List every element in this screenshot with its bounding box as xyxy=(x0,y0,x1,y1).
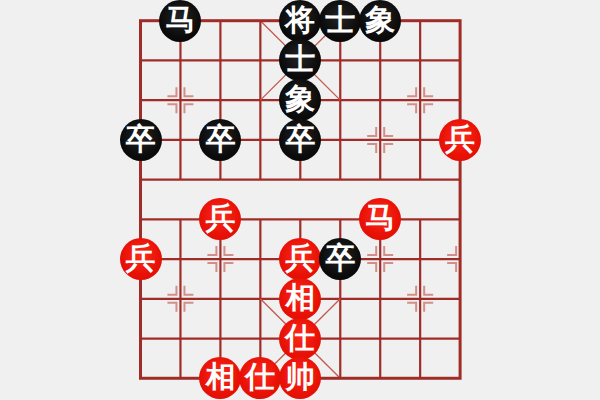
red-general-glyph: 帅 xyxy=(285,362,315,392)
xiangqi-board: 马将士象士象卒卒卒兵兵马兵兵卒相仕相仕帅 xyxy=(0,0,600,400)
black-advisor-glyph: 士 xyxy=(285,44,315,74)
black-elephant-glyph: 象 xyxy=(285,84,315,114)
piece-black-soldier[interactable]: 卒 xyxy=(199,119,241,161)
black-general-glyph: 将 xyxy=(285,5,315,35)
black-elephant-glyph: 象 xyxy=(365,5,395,35)
red-advisor-glyph: 仕 xyxy=(285,323,315,353)
piece-black-soldier[interactable]: 卒 xyxy=(279,119,321,161)
piece-red-elephant[interactable]: 相 xyxy=(279,278,321,320)
red-horse-glyph: 马 xyxy=(365,203,395,233)
black-soldier-glyph: 卒 xyxy=(285,124,315,154)
piece-red-soldier[interactable]: 兵 xyxy=(120,238,162,280)
piece-red-soldier[interactable]: 兵 xyxy=(199,198,241,240)
piece-red-elephant[interactable]: 相 xyxy=(199,357,241,399)
black-soldier-glyph: 卒 xyxy=(126,124,156,154)
piece-red-advisor[interactable]: 仕 xyxy=(279,318,321,360)
piece-black-elephant[interactable]: 象 xyxy=(359,0,401,42)
black-soldier-glyph: 卒 xyxy=(325,243,355,273)
piece-black-advisor[interactable]: 士 xyxy=(279,39,321,81)
red-soldier-glyph: 兵 xyxy=(205,203,235,233)
piece-red-advisor[interactable]: 仕 xyxy=(239,357,281,399)
piece-red-soldier[interactable]: 兵 xyxy=(279,238,321,280)
piece-black-soldier[interactable]: 卒 xyxy=(319,238,361,280)
black-horse-glyph: 马 xyxy=(165,5,195,35)
black-soldier-glyph: 卒 xyxy=(205,124,235,154)
red-soldier-glyph: 兵 xyxy=(126,243,156,273)
piece-black-horse[interactable]: 马 xyxy=(159,0,201,42)
piece-black-soldier[interactable]: 卒 xyxy=(120,119,162,161)
red-soldier-glyph: 兵 xyxy=(285,243,315,273)
red-soldier-glyph: 兵 xyxy=(445,124,475,154)
red-advisor-glyph: 仕 xyxy=(245,362,275,392)
black-advisor-glyph: 士 xyxy=(325,5,355,35)
piece-red-general[interactable]: 帅 xyxy=(279,357,321,399)
piece-red-horse[interactable]: 马 xyxy=(359,198,401,240)
red-elephant-glyph: 相 xyxy=(285,283,315,313)
red-elephant-glyph: 相 xyxy=(205,362,235,392)
piece-black-elephant[interactable]: 象 xyxy=(279,79,321,121)
piece-black-general[interactable]: 将 xyxy=(279,0,321,42)
piece-red-soldier[interactable]: 兵 xyxy=(439,119,481,161)
piece-black-advisor[interactable]: 士 xyxy=(319,0,361,42)
